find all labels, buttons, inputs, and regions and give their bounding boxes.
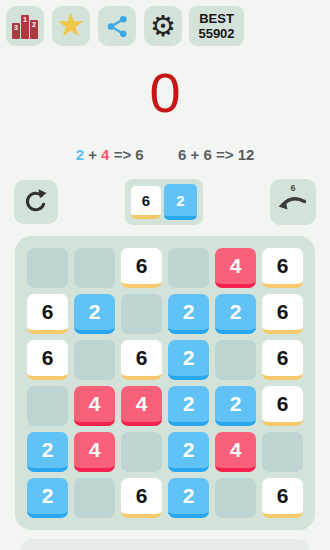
empty-cell[interactable] [27,248,68,288]
hint-eq2: 6 + 6 => 12 [178,146,254,163]
tile-6[interactable]: 6 [262,386,303,426]
empty-cell[interactable] [215,340,256,380]
tile-6[interactable]: 6 [121,340,162,380]
next-tiles-panel: 6 2 [125,179,203,225]
bottom-panel [20,539,310,550]
tile-4[interactable]: 4 [121,386,162,426]
hint-eq1-n1: 2 [76,146,84,163]
podium-bar-1: 1 [21,15,29,39]
tile-4[interactable]: 4 [74,432,115,472]
achievements-button[interactable]: ★ [52,6,90,46]
tile-4[interactable]: 4 [215,248,256,288]
hint-eq1-op: + [88,146,97,163]
tile-2[interactable]: 2 [168,340,209,380]
next-tile-2: 2 [164,184,197,220]
control-row: 6 2 6 [0,178,330,226]
tile-2[interactable]: 2 [27,432,68,472]
empty-cell[interactable] [74,478,115,518]
best-label: BEST [199,11,234,26]
tile-4[interactable]: 4 [215,432,256,472]
podium-ranking-icon: 3 1 2 [12,13,38,39]
podium-bar-3: 3 [12,23,20,39]
empty-cell[interactable] [27,386,68,426]
share-icon [105,14,130,39]
podium-bar-2: 2 [30,20,38,39]
tile-2[interactable]: 2 [168,478,209,518]
empty-cell[interactable] [168,248,209,288]
rotate-icon [21,187,51,217]
star-icon: ★ [56,8,86,41]
tile-6[interactable]: 6 [262,294,303,334]
tile-6[interactable]: 6 [27,294,68,334]
top-bar: 3 1 2 ★ ⚙ BEST 55902 [0,0,330,46]
best-score-badge: BEST 55902 [189,6,244,46]
hint-eq1-n2: 4 [101,146,109,163]
empty-cell[interactable] [121,294,162,334]
tile-6[interactable]: 6 [121,248,162,288]
tile-2[interactable]: 2 [215,386,256,426]
tile-6[interactable]: 6 [262,248,303,288]
undo-arrow-icon [278,193,308,211]
hint-eq1-result: 6 [135,146,143,163]
undo-button[interactable]: 6 [270,179,316,225]
current-score: 0 [0,64,330,122]
share-button[interactable] [98,6,136,46]
next-tile-6: 6 [131,186,161,219]
tile-2[interactable]: 2 [74,294,115,334]
tile-2[interactable]: 2 [168,294,209,334]
empty-cell[interactable] [74,248,115,288]
tile-6[interactable]: 6 [27,340,68,380]
tile-4[interactable]: 4 [74,386,115,426]
settings-button[interactable]: ⚙ [144,6,182,46]
tile-2[interactable]: 2 [168,386,209,426]
board: 6466222666264422624242626 [15,236,315,530]
leaderboard-button[interactable]: 3 1 2 [6,6,44,46]
restart-button[interactable] [14,180,58,224]
tile-6[interactable]: 6 [262,340,303,380]
empty-cell[interactable] [74,340,115,380]
tile-6[interactable]: 6 [121,478,162,518]
merge-rules-hint: 2 + 4 => 6 6 + 6 => 12 [0,146,330,163]
tile-2[interactable]: 2 [168,432,209,472]
empty-cell[interactable] [215,478,256,518]
tile-6[interactable]: 6 [262,478,303,518]
undo-count: 6 [290,183,295,193]
hint-eq1-arrow: => [114,146,132,163]
tile-2[interactable]: 2 [215,294,256,334]
empty-cell[interactable] [262,432,303,472]
tile-2[interactable]: 2 [27,478,68,518]
empty-cell[interactable] [121,432,162,472]
gear-icon: ⚙ [150,12,176,41]
best-value: 55902 [198,26,234,41]
